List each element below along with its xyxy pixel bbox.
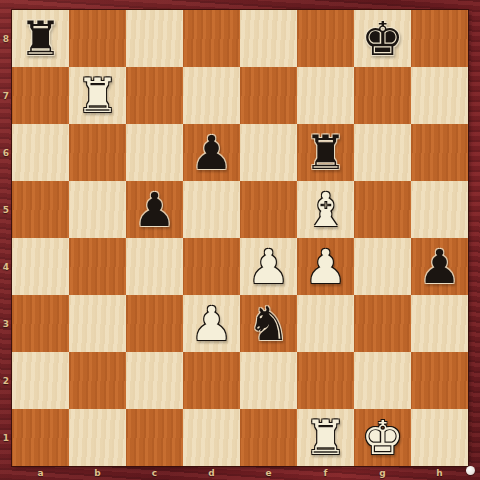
file-label-c: c [126, 466, 183, 480]
square-h4[interactable]: ♟ [411, 238, 468, 295]
rank-label-1: 1 [0, 409, 12, 466]
square-h2[interactable] [411, 352, 468, 409]
square-b3[interactable] [69, 295, 126, 352]
square-d3[interactable]: ♟ [183, 295, 240, 352]
piece-white-king-g1[interactable]: ♚ [361, 414, 403, 461]
square-f3[interactable] [297, 295, 354, 352]
file-label-d: d [183, 466, 240, 480]
piece-black-pawn-d6[interactable]: ♟ [190, 129, 232, 176]
piece-black-pawn-c5[interactable]: ♟ [133, 186, 175, 233]
square-b4[interactable] [69, 238, 126, 295]
square-b1[interactable] [69, 409, 126, 466]
piece-black-rook-a8[interactable]: ♜ [19, 15, 61, 62]
square-g6[interactable] [354, 124, 411, 181]
file-label-b: b [69, 466, 126, 480]
piece-white-rook-b7[interactable]: ♜ [76, 72, 118, 119]
file-label-g: g [354, 466, 411, 480]
square-b5[interactable] [69, 181, 126, 238]
square-c4[interactable] [126, 238, 183, 295]
rank-label-7: 7 [0, 67, 12, 124]
piece-white-bishop-f5[interactable]: ♝ [304, 186, 346, 233]
square-c3[interactable] [126, 295, 183, 352]
square-f1[interactable]: ♜ [297, 409, 354, 466]
square-e8[interactable] [240, 10, 297, 67]
piece-black-knight-e3[interactable]: ♞ [247, 300, 289, 347]
square-b6[interactable] [69, 124, 126, 181]
rank-label-2: 2 [0, 352, 12, 409]
square-f6[interactable]: ♜ [297, 124, 354, 181]
square-d5[interactable] [183, 181, 240, 238]
square-c2[interactable] [126, 352, 183, 409]
square-f4[interactable]: ♟ [297, 238, 354, 295]
square-b2[interactable] [69, 352, 126, 409]
square-e6[interactable] [240, 124, 297, 181]
square-g7[interactable] [354, 67, 411, 124]
rank-label-5: 5 [0, 181, 12, 238]
square-f2[interactable] [297, 352, 354, 409]
file-label-f: f [297, 466, 354, 480]
square-d4[interactable] [183, 238, 240, 295]
square-h7[interactable] [411, 67, 468, 124]
square-g5[interactable] [354, 181, 411, 238]
square-d2[interactable] [183, 352, 240, 409]
file-label-h: h [411, 466, 468, 480]
square-a1[interactable] [12, 409, 69, 466]
square-a5[interactable] [12, 181, 69, 238]
square-h1[interactable] [411, 409, 468, 466]
square-a6[interactable] [12, 124, 69, 181]
rank-label-6: 6 [0, 124, 12, 181]
file-label-e: e [240, 466, 297, 480]
piece-white-rook-f1[interactable]: ♜ [304, 414, 346, 461]
piece-white-pawn-d3[interactable]: ♟ [190, 300, 232, 347]
piece-white-pawn-e4[interactable]: ♟ [247, 243, 289, 290]
square-c8[interactable] [126, 10, 183, 67]
piece-black-pawn-h4[interactable]: ♟ [418, 243, 460, 290]
square-d8[interactable] [183, 10, 240, 67]
square-e7[interactable] [240, 67, 297, 124]
square-d6[interactable]: ♟ [183, 124, 240, 181]
square-f8[interactable] [297, 10, 354, 67]
square-d7[interactable] [183, 67, 240, 124]
square-c6[interactable] [126, 124, 183, 181]
square-g2[interactable] [354, 352, 411, 409]
rank-label-4: 4 [0, 238, 12, 295]
square-c1[interactable] [126, 409, 183, 466]
square-a8[interactable]: ♜ [12, 10, 69, 67]
square-g3[interactable] [354, 295, 411, 352]
rank-label-3: 3 [0, 295, 12, 352]
square-a7[interactable] [12, 67, 69, 124]
piece-black-rook-f6[interactable]: ♜ [304, 129, 346, 176]
square-e4[interactable]: ♟ [240, 238, 297, 295]
square-d1[interactable] [183, 409, 240, 466]
square-c7[interactable] [126, 67, 183, 124]
square-e1[interactable] [240, 409, 297, 466]
square-c5[interactable]: ♟ [126, 181, 183, 238]
square-g4[interactable] [354, 238, 411, 295]
file-label-a: a [12, 466, 69, 480]
square-g8[interactable]: ♚ [354, 10, 411, 67]
square-a2[interactable] [12, 352, 69, 409]
square-e3[interactable]: ♞ [240, 295, 297, 352]
piece-black-king-g8[interactable]: ♚ [361, 15, 403, 62]
square-h8[interactable] [411, 10, 468, 67]
square-e5[interactable] [240, 181, 297, 238]
square-f7[interactable] [297, 67, 354, 124]
square-g1[interactable]: ♚ [354, 409, 411, 466]
chess-app: ♜♚♜♟♜♟♝♟♟♟♟♞♜♚ 87654321 abcdefgh [0, 0, 480, 480]
square-e2[interactable] [240, 352, 297, 409]
square-b8[interactable] [69, 10, 126, 67]
chess-board: ♜♚♜♟♜♟♝♟♟♟♟♞♜♚ [12, 10, 468, 466]
square-b7[interactable]: ♜ [69, 67, 126, 124]
square-a4[interactable] [12, 238, 69, 295]
square-h3[interactable] [411, 295, 468, 352]
rank-label-8: 8 [0, 10, 12, 67]
square-f5[interactable]: ♝ [297, 181, 354, 238]
square-h6[interactable] [411, 124, 468, 181]
square-a3[interactable] [12, 295, 69, 352]
square-h5[interactable] [411, 181, 468, 238]
piece-white-pawn-f4[interactable]: ♟ [304, 243, 346, 290]
white-to-move-indicator [466, 466, 475, 475]
